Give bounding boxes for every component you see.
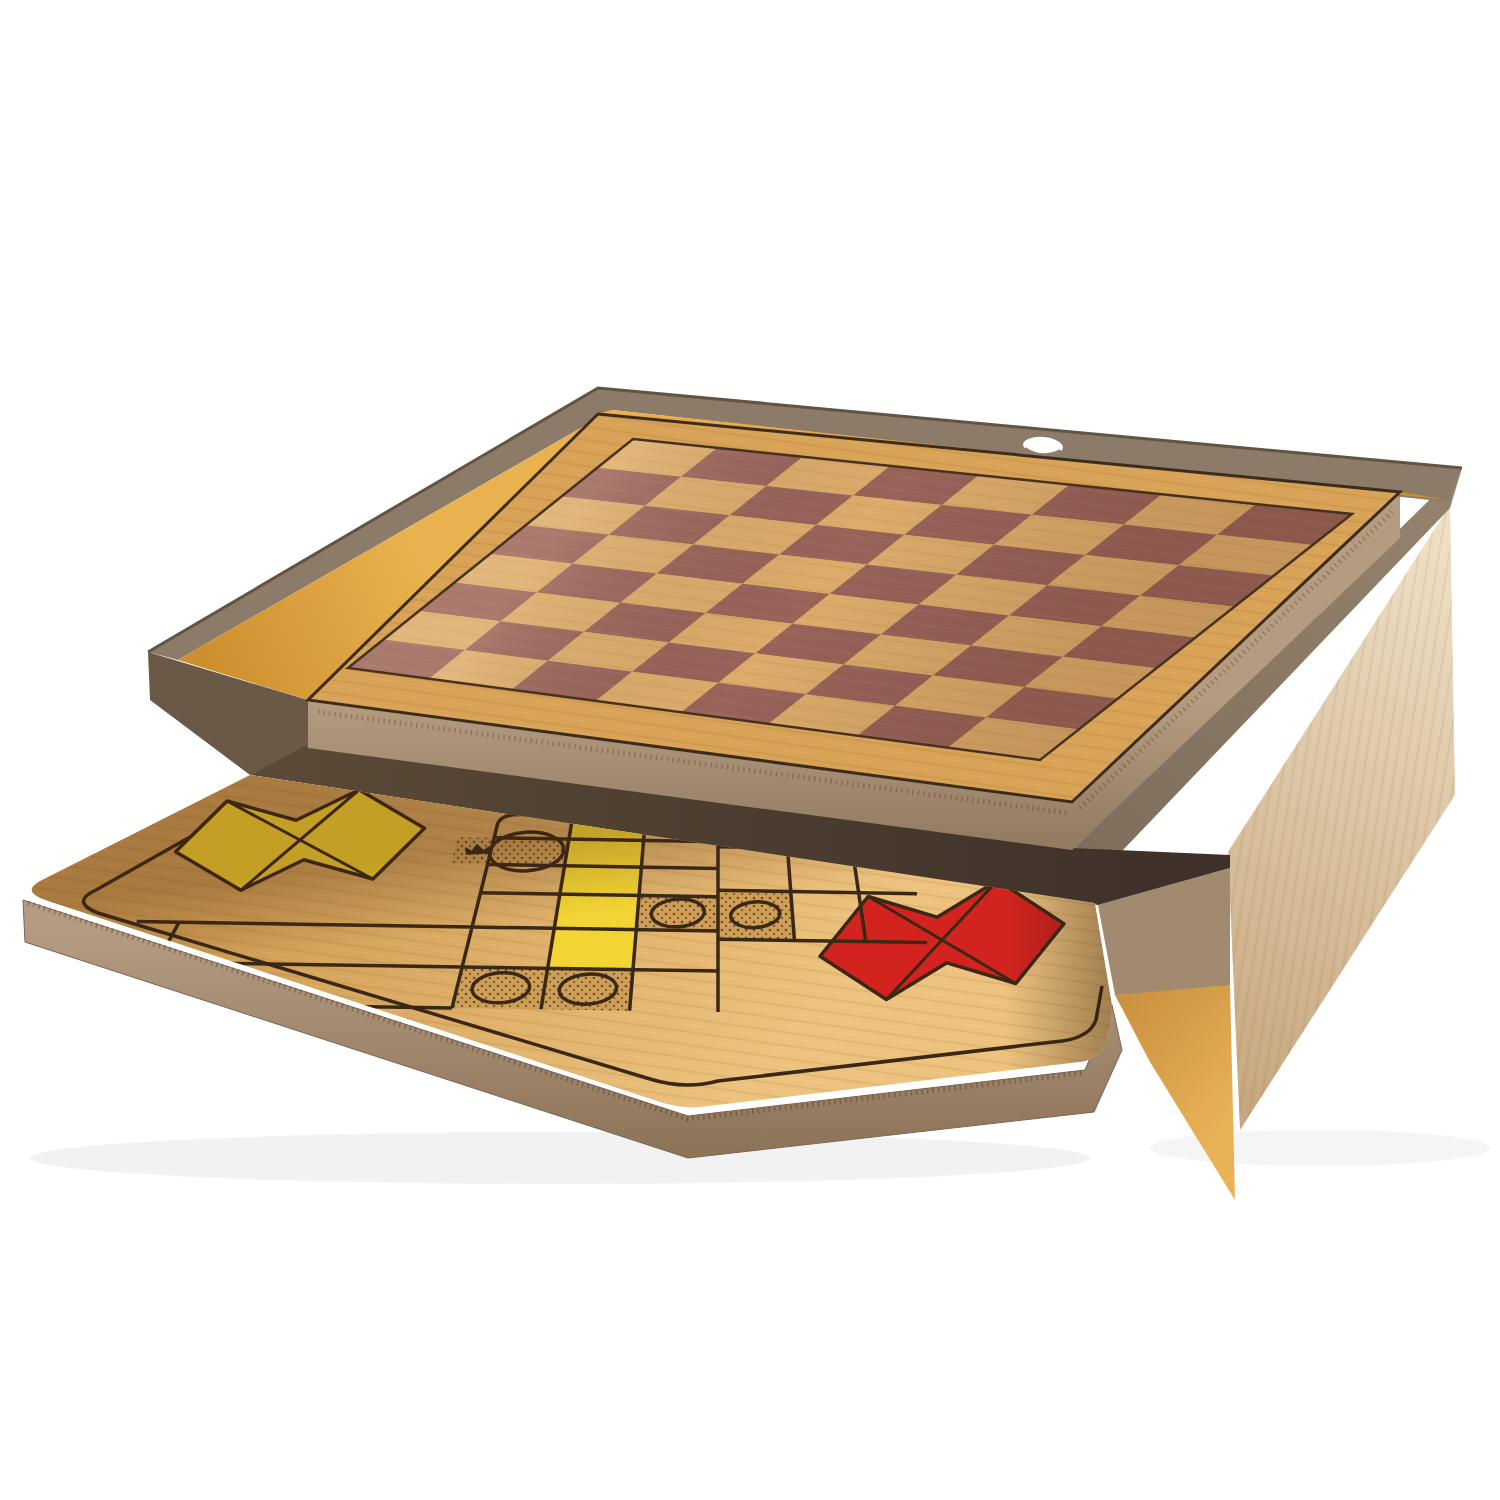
game-box-photo (0, 0, 1500, 1500)
product-photo (0, 0, 1500, 1500)
ground-shadow (30, 1132, 1090, 1184)
box-bottom-wedge (1115, 985, 1235, 1200)
